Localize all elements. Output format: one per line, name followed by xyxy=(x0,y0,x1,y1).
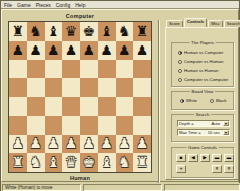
board-square[interactable]: ♟ xyxy=(116,135,134,154)
board-square[interactable] xyxy=(45,60,63,79)
radio-button-icon[interactable] xyxy=(210,99,214,103)
menu-pieces[interactable]: Pieces xyxy=(36,1,51,9)
radio-label: Black xyxy=(216,98,227,103)
white-piece: ♛ xyxy=(65,154,78,171)
black-piece: ♟ xyxy=(100,42,113,59)
board-square[interactable] xyxy=(62,116,80,135)
board-square[interactable] xyxy=(80,116,98,135)
radio-button-icon[interactable] xyxy=(178,78,182,82)
max-time-dropdown[interactable]: Max Time = 10 sec ▼ xyxy=(177,129,230,136)
board-view-group: Board View White Black xyxy=(171,91,234,110)
board-square[interactable]: ♛ xyxy=(62,22,80,41)
black-piece: ♟ xyxy=(12,42,25,59)
players-group-title: The Players xyxy=(189,40,216,45)
board-square[interactable]: ♟ xyxy=(45,41,63,60)
white-piece: ♟ xyxy=(83,135,96,152)
tab-strip: Score Controls Misc Search Status xyxy=(166,18,240,27)
search-group: Search Depth = Auto ▼ Max Time = 10 sec … xyxy=(171,114,234,142)
plus-button[interactable]: + xyxy=(176,165,186,173)
depth-dropdown[interactable]: Depth = Auto ▼ xyxy=(177,120,230,127)
board-square[interactable] xyxy=(116,78,134,97)
tab-misc[interactable]: Misc xyxy=(208,20,223,27)
board-square[interactable] xyxy=(45,78,63,97)
board-square[interactable] xyxy=(62,97,80,116)
radio-button-icon[interactable] xyxy=(178,60,182,64)
menu-file[interactable]: File xyxy=(4,1,12,9)
board-square[interactable]: ♟ xyxy=(27,135,45,154)
menu-game[interactable]: Game xyxy=(17,1,31,9)
step-forward-button[interactable]: ▶ xyxy=(200,154,210,162)
white-piece: ♟ xyxy=(118,135,131,152)
radio-button-icon[interactable] xyxy=(180,99,184,103)
black-piece: ♟ xyxy=(118,42,131,59)
menu-config[interactable]: Config xyxy=(56,1,70,9)
controls-tab-page: The Players Human vs Computer Computer v… xyxy=(165,27,239,180)
board-square[interactable] xyxy=(98,97,116,116)
board-square[interactable]: ♟ xyxy=(62,135,80,154)
black-piece: ♟ xyxy=(29,42,42,59)
board-square[interactable]: ♝ xyxy=(98,22,116,41)
board-square[interactable]: ♚ xyxy=(80,22,98,41)
board-square[interactable] xyxy=(27,78,45,97)
board-square[interactable]: ♝ xyxy=(98,153,116,172)
max-time-label: Max Time = xyxy=(179,130,201,135)
black-piece: ♟ xyxy=(65,42,78,59)
board-square[interactable] xyxy=(80,78,98,97)
status-panel-3 xyxy=(164,184,240,191)
board-square[interactable] xyxy=(9,78,27,97)
board-square[interactable]: ♜ xyxy=(9,153,27,172)
board-square[interactable]: ♟ xyxy=(133,135,151,154)
board-square[interactable]: ♞ xyxy=(27,22,45,41)
board-square[interactable]: ♝ xyxy=(45,153,63,172)
search-group-title: Search xyxy=(194,112,212,117)
black-piece: ♞ xyxy=(29,23,42,40)
white-piece: ♟ xyxy=(29,135,42,152)
radio-label: White xyxy=(186,98,197,103)
tab-controls[interactable]: Controls xyxy=(184,18,207,27)
board-square[interactable] xyxy=(98,78,116,97)
black-piece: ♟ xyxy=(83,42,96,59)
board-square[interactable] xyxy=(27,60,45,79)
board-square[interactable] xyxy=(98,60,116,79)
board-square[interactable] xyxy=(133,78,151,97)
max-time-value: 10 sec xyxy=(208,130,220,135)
board-square[interactable] xyxy=(62,60,80,79)
board-square[interactable]: ♜ xyxy=(133,22,151,41)
move-list-button[interactable]: ≡ xyxy=(212,165,222,173)
players-group: The Players Human vs Computer Computer v… xyxy=(171,42,234,87)
black-piece: ♝ xyxy=(47,23,60,40)
radio-label: Computer vs Human xyxy=(184,59,223,64)
board-square[interactable] xyxy=(116,60,134,79)
white-piece: ♟ xyxy=(65,135,78,152)
board-view-group-title: Board View xyxy=(190,89,216,94)
game-controls-group: Game Controls ■ ◀ ▶ ▬ ▬ + ≡ ≡ xyxy=(171,147,234,178)
panel-divider xyxy=(158,20,160,189)
board-square[interactable] xyxy=(133,116,151,135)
black-piece: ♞ xyxy=(118,23,131,40)
menu-bar: File Game Pieces Config Help xyxy=(1,1,239,9)
board-square[interactable]: ♟ xyxy=(98,135,116,154)
board-square[interactable]: ♟ xyxy=(98,41,116,60)
board-square[interactable]: ♜ xyxy=(133,153,151,172)
radio-computer-vs-human[interactable]: Computer vs Human xyxy=(178,59,223,64)
status-panel-2 xyxy=(83,184,162,191)
board-square[interactable] xyxy=(45,116,63,135)
black-piece: ♛ xyxy=(65,23,78,40)
radio-button-icon[interactable] xyxy=(178,51,182,55)
white-piece: ♞ xyxy=(29,154,42,171)
black-piece: ♝ xyxy=(100,23,113,40)
tab-search-status[interactable]: Search Status xyxy=(224,20,240,27)
human-player-label: Human xyxy=(8,175,152,181)
board-square[interactable]: ♞ xyxy=(27,153,45,172)
chess-board[interactable]: ♜♞♝♛♚♝♞♜♟♟♟♟♟♟♟♟♟♟♟♟♟♟♟♟♜♞♝♛♚♝♞♜ xyxy=(8,21,152,173)
chevron-down-icon[interactable]: ▼ xyxy=(223,130,229,135)
chess-app-window: File Game Pieces Config Help Computer ♜♞… xyxy=(0,0,240,191)
black-piece: ♜ xyxy=(12,23,25,40)
board-square[interactable] xyxy=(9,116,27,135)
radio-view-black[interactable]: Black xyxy=(210,98,227,103)
board-square[interactable]: ♟ xyxy=(45,135,63,154)
board-square[interactable]: ♞ xyxy=(116,22,134,41)
main-area: Computer ♜♞♝♛♚♝♞♜♟♟♟♟♟♟♟♟♟♟♟♟♟♟♟♟♜♞♝♛♚♝♞… xyxy=(1,9,239,182)
pause-button[interactable]: ▬ xyxy=(212,154,222,162)
board-square[interactable]: ♟ xyxy=(62,41,80,60)
step-back-button[interactable]: ◀ xyxy=(188,154,198,162)
board-square[interactable] xyxy=(9,97,27,116)
board-square[interactable]: ♟ xyxy=(27,41,45,60)
black-piece: ♜ xyxy=(136,23,149,40)
board-square[interactable]: ♞ xyxy=(116,153,134,172)
white-piece: ♟ xyxy=(100,135,113,152)
white-piece: ♚ xyxy=(83,154,96,171)
white-piece: ♟ xyxy=(12,135,25,152)
radio-human-vs-human[interactable]: Human vs Human xyxy=(178,68,218,73)
white-piece: ♟ xyxy=(47,135,60,152)
radio-label: Human vs Computer xyxy=(184,50,223,55)
board-square[interactable] xyxy=(80,60,98,79)
white-piece: ♞ xyxy=(118,154,131,171)
board-square[interactable] xyxy=(27,116,45,135)
radio-human-vs-computer[interactable]: Human vs Computer xyxy=(178,50,223,55)
computer-player-label: Computer xyxy=(8,13,152,19)
board-square[interactable]: ♟ xyxy=(133,41,151,60)
move-list-button-2[interactable]: ≡ xyxy=(224,165,234,173)
board-square[interactable] xyxy=(80,97,98,116)
board-square[interactable]: ♝ xyxy=(45,22,63,41)
board-square[interactable] xyxy=(116,116,134,135)
depth-label: Depth = xyxy=(179,121,194,126)
menu-help[interactable]: Help xyxy=(75,1,85,9)
board-square[interactable]: ♟ xyxy=(116,41,134,60)
board-square[interactable]: ♜ xyxy=(9,22,27,41)
board-square[interactable] xyxy=(133,60,151,79)
chevron-down-icon[interactable]: ▼ xyxy=(223,121,229,126)
black-piece: ♟ xyxy=(47,42,60,59)
tab-score[interactable]: Score xyxy=(166,20,183,27)
stop-button[interactable]: ■ xyxy=(176,154,186,162)
black-piece: ♟ xyxy=(136,42,149,59)
radio-computer-vs-computer[interactable]: Computer vs Computer xyxy=(178,77,228,82)
board-square[interactable]: ♚ xyxy=(80,153,98,172)
board-square[interactable] xyxy=(98,116,116,135)
board-square[interactable] xyxy=(62,78,80,97)
board-square[interactable] xyxy=(116,97,134,116)
white-piece: ♟ xyxy=(136,135,149,152)
radio-label: Human vs Human xyxy=(184,68,218,73)
board-square[interactable]: ♛ xyxy=(62,153,80,172)
board-square[interactable] xyxy=(9,60,27,79)
game-controls-group-title: Game Controls xyxy=(186,145,219,150)
status-turn-indicator: White (Human) to move xyxy=(2,184,81,191)
board-square[interactable]: ♟ xyxy=(9,135,27,154)
status-bar: White (Human) to move xyxy=(1,183,240,191)
board-square[interactable]: ♟ xyxy=(80,41,98,60)
end-button[interactable]: ▬ xyxy=(224,154,234,162)
radio-view-white[interactable]: White xyxy=(180,98,197,103)
depth-value: Auto xyxy=(211,121,220,126)
white-piece: ♜ xyxy=(136,154,149,171)
board-square[interactable] xyxy=(133,97,151,116)
board-square[interactable] xyxy=(27,97,45,116)
white-piece: ♜ xyxy=(12,154,25,171)
board-square[interactable]: ♟ xyxy=(9,41,27,60)
radio-label: Computer vs Computer xyxy=(184,77,228,82)
board-square[interactable]: ♟ xyxy=(80,135,98,154)
white-piece: ♝ xyxy=(47,154,60,171)
black-piece: ♚ xyxy=(83,23,96,40)
board-square[interactable] xyxy=(45,97,63,116)
radio-button-icon[interactable] xyxy=(178,69,182,73)
white-piece: ♝ xyxy=(100,154,113,171)
